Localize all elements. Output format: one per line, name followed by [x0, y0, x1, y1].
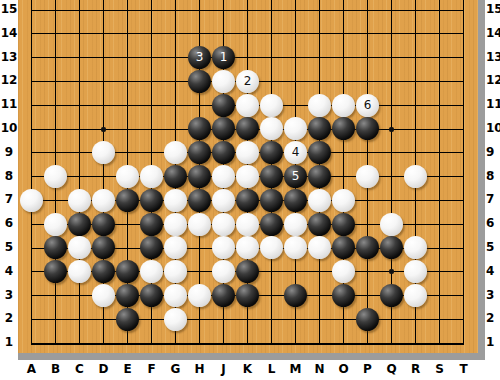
- white-stone-M9[interactable]: 4: [284, 141, 307, 164]
- intersection-J12[interactable]: [212, 70, 236, 94]
- intersection-Q6[interactable]: [380, 212, 404, 236]
- intersection-P7[interactable]: [356, 188, 380, 212]
- intersection-C14[interactable]: [68, 22, 92, 46]
- intersection-E14[interactable]: [116, 22, 140, 46]
- intersection-E7[interactable]: [116, 188, 140, 212]
- intersection-M12[interactable]: [284, 70, 308, 94]
- black-stone-F3[interactable]: [140, 284, 163, 307]
- black-stone-P10[interactable]: [356, 117, 379, 140]
- white-stone-J7[interactable]: [212, 189, 235, 212]
- white-stone-R4[interactable]: [404, 260, 427, 283]
- white-stone-G3[interactable]: [164, 284, 187, 307]
- intersection-C10[interactable]: [68, 117, 92, 141]
- intersection-C4[interactable]: [68, 260, 92, 284]
- intersection-D8[interactable]: [92, 165, 116, 189]
- black-stone-M8[interactable]: 5: [284, 165, 307, 188]
- intersection-T11[interactable]: [452, 93, 476, 117]
- white-stone-J6[interactable]: [212, 213, 235, 236]
- intersection-P3[interactable]: [356, 284, 380, 308]
- intersection-O9[interactable]: [332, 141, 356, 165]
- intersection-M7[interactable]: [284, 188, 308, 212]
- intersection-S3[interactable]: [428, 284, 452, 308]
- intersection-R12[interactable]: [404, 70, 428, 94]
- intersection-J14[interactable]: [212, 22, 236, 46]
- intersection-E8[interactable]: [116, 165, 140, 189]
- intersection-E4[interactable]: [116, 260, 140, 284]
- white-stone-G5[interactable]: [164, 236, 187, 259]
- intersection-P6[interactable]: [356, 212, 380, 236]
- intersection-M11[interactable]: [284, 93, 308, 117]
- intersection-C11[interactable]: [68, 93, 92, 117]
- intersection-R13[interactable]: [404, 46, 428, 70]
- white-stone-E8[interactable]: [116, 165, 139, 188]
- intersection-L6[interactable]: [260, 212, 284, 236]
- intersection-S1[interactable]: [428, 331, 452, 355]
- intersection-G1[interactable]: [164, 331, 188, 355]
- intersection-G6[interactable]: [164, 212, 188, 236]
- intersection-B1[interactable]: [44, 331, 68, 355]
- intersection-R8[interactable]: [404, 165, 428, 189]
- intersection-G4[interactable]: [164, 260, 188, 284]
- intersection-A9[interactable]: [20, 141, 44, 165]
- black-stone-G8[interactable]: [164, 165, 187, 188]
- intersection-D3[interactable]: [92, 284, 116, 308]
- intersection-A12[interactable]: [20, 70, 44, 94]
- intersection-A2[interactable]: [20, 307, 44, 331]
- white-stone-K12[interactable]: 2: [236, 70, 259, 93]
- white-stone-K9[interactable]: [236, 141, 259, 164]
- intersection-B6[interactable]: [44, 212, 68, 236]
- intersection-F12[interactable]: [140, 70, 164, 94]
- intersection-A8[interactable]: [20, 165, 44, 189]
- black-stone-K7[interactable]: [236, 189, 259, 212]
- black-stone-H10[interactable]: [188, 117, 211, 140]
- intersection-T5[interactable]: [452, 236, 476, 260]
- intersection-B7[interactable]: [44, 188, 68, 212]
- intersection-S6[interactable]: [428, 212, 452, 236]
- intersection-M15[interactable]: [284, 0, 308, 22]
- white-stone-R5[interactable]: [404, 236, 427, 259]
- intersection-N12[interactable]: [308, 70, 332, 94]
- white-stone-J8[interactable]: [212, 165, 235, 188]
- intersection-K5[interactable]: [236, 236, 260, 260]
- black-stone-N6[interactable]: [308, 213, 331, 236]
- intersection-Q10[interactable]: [380, 117, 404, 141]
- white-stone-K6[interactable]: [236, 213, 259, 236]
- intersection-K12[interactable]: 2: [236, 70, 260, 94]
- white-stone-M5[interactable]: [284, 236, 307, 259]
- intersection-F11[interactable]: [140, 93, 164, 117]
- intersection-O10[interactable]: [332, 117, 356, 141]
- intersection-F10[interactable]: [140, 117, 164, 141]
- intersection-H2[interactable]: [188, 307, 212, 331]
- intersection-O1[interactable]: [332, 331, 356, 355]
- white-stone-C4[interactable]: [68, 260, 91, 283]
- intersection-A3[interactable]: [20, 284, 44, 308]
- intersection-R3[interactable]: [404, 284, 428, 308]
- intersection-S13[interactable]: [428, 46, 452, 70]
- intersection-D4[interactable]: [92, 260, 116, 284]
- intersection-T4[interactable]: [452, 260, 476, 284]
- black-stone-O6[interactable]: [332, 213, 355, 236]
- intersection-L8[interactable]: [260, 165, 284, 189]
- intersection-F3[interactable]: [140, 284, 164, 308]
- intersection-T1[interactable]: [452, 331, 476, 355]
- white-stone-D7[interactable]: [92, 189, 115, 212]
- white-stone-C5[interactable]: [68, 236, 91, 259]
- white-stone-G7[interactable]: [164, 189, 187, 212]
- intersection-M8[interactable]: 5: [284, 165, 308, 189]
- intersection-N15[interactable]: [308, 0, 332, 22]
- intersection-G9[interactable]: [164, 141, 188, 165]
- intersection-P5[interactable]: [356, 236, 380, 260]
- intersection-N13[interactable]: [308, 46, 332, 70]
- intersection-O13[interactable]: [332, 46, 356, 70]
- intersection-B11[interactable]: [44, 93, 68, 117]
- intersection-B12[interactable]: [44, 70, 68, 94]
- intersection-P9[interactable]: [356, 141, 380, 165]
- intersection-Q7[interactable]: [380, 188, 404, 212]
- intersection-A10[interactable]: [20, 117, 44, 141]
- white-stone-C7[interactable]: [68, 189, 91, 212]
- intersection-D15[interactable]: [92, 0, 116, 22]
- intersection-J6[interactable]: [212, 212, 236, 236]
- intersection-Q14[interactable]: [380, 22, 404, 46]
- intersection-D12[interactable]: [92, 70, 116, 94]
- intersection-T8[interactable]: [452, 165, 476, 189]
- intersection-F4[interactable]: [140, 260, 164, 284]
- intersection-K2[interactable]: [236, 307, 260, 331]
- black-stone-Q5[interactable]: [380, 236, 403, 259]
- intersection-H3[interactable]: [188, 284, 212, 308]
- intersection-D5[interactable]: [92, 236, 116, 260]
- intersection-L5[interactable]: [260, 236, 284, 260]
- white-stone-N5[interactable]: [308, 236, 331, 259]
- white-stone-K8[interactable]: [236, 165, 259, 188]
- intersection-O6[interactable]: [332, 212, 356, 236]
- intersection-P10[interactable]: [356, 117, 380, 141]
- black-stone-N8[interactable]: [308, 165, 331, 188]
- white-stone-O7[interactable]: [332, 189, 355, 212]
- white-stone-D9[interactable]: [92, 141, 115, 164]
- intersection-T13[interactable]: [452, 46, 476, 70]
- intersection-Q2[interactable]: [380, 307, 404, 331]
- intersection-N9[interactable]: [308, 141, 332, 165]
- intersection-R5[interactable]: [404, 236, 428, 260]
- intersection-T14[interactable]: [452, 22, 476, 46]
- intersection-S7[interactable]: [428, 188, 452, 212]
- intersection-R14[interactable]: [404, 22, 428, 46]
- intersection-R4[interactable]: [404, 260, 428, 284]
- white-stone-H6[interactable]: [188, 213, 211, 236]
- intersection-D11[interactable]: [92, 93, 116, 117]
- intersection-A7[interactable]: [20, 188, 44, 212]
- intersection-H12[interactable]: [188, 70, 212, 94]
- intersection-S11[interactable]: [428, 93, 452, 117]
- intersection-O3[interactable]: [332, 284, 356, 308]
- intersection-L3[interactable]: [260, 284, 284, 308]
- intersection-K14[interactable]: [236, 22, 260, 46]
- intersection-F2[interactable]: [140, 307, 164, 331]
- intersection-R10[interactable]: [404, 117, 428, 141]
- white-stone-R8[interactable]: [404, 165, 427, 188]
- intersection-B14[interactable]: [44, 22, 68, 46]
- intersection-E2[interactable]: [116, 307, 140, 331]
- intersection-S8[interactable]: [428, 165, 452, 189]
- intersection-E9[interactable]: [116, 141, 140, 165]
- black-stone-B4[interactable]: [44, 260, 67, 283]
- black-stone-N9[interactable]: [308, 141, 331, 164]
- intersection-E15[interactable]: [116, 0, 140, 22]
- intersection-F14[interactable]: [140, 22, 164, 46]
- intersection-H5[interactable]: [188, 236, 212, 260]
- intersection-N14[interactable]: [308, 22, 332, 46]
- intersection-P11[interactable]: 6: [356, 93, 380, 117]
- intersection-H10[interactable]: [188, 117, 212, 141]
- white-stone-B6[interactable]: [44, 213, 67, 236]
- intersection-R1[interactable]: [404, 331, 428, 355]
- intersection-J11[interactable]: [212, 93, 236, 117]
- black-stone-J9[interactable]: [212, 141, 235, 164]
- black-stone-D4[interactable]: [92, 260, 115, 283]
- intersection-L9[interactable]: [260, 141, 284, 165]
- black-stone-K10[interactable]: [236, 117, 259, 140]
- black-stone-O10[interactable]: [332, 117, 355, 140]
- intersection-Q5[interactable]: [380, 236, 404, 260]
- intersection-S15[interactable]: [428, 0, 452, 22]
- black-stone-L7[interactable]: [260, 189, 283, 212]
- intersection-R15[interactable]: [404, 0, 428, 22]
- black-stone-O5[interactable]: [332, 236, 355, 259]
- intersection-N7[interactable]: [308, 188, 332, 212]
- white-stone-M10[interactable]: [284, 117, 307, 140]
- intersection-G15[interactable]: [164, 0, 188, 22]
- intersection-N5[interactable]: [308, 236, 332, 260]
- intersection-J13[interactable]: 1: [212, 46, 236, 70]
- intersection-G10[interactable]: [164, 117, 188, 141]
- black-stone-E2[interactable]: [116, 308, 139, 331]
- intersection-D2[interactable]: [92, 307, 116, 331]
- intersection-B15[interactable]: [44, 0, 68, 22]
- intersection-C1[interactable]: [68, 331, 92, 355]
- intersection-P8[interactable]: [356, 165, 380, 189]
- intersection-L15[interactable]: [260, 0, 284, 22]
- intersection-P14[interactable]: [356, 22, 380, 46]
- intersection-F1[interactable]: [140, 331, 164, 355]
- intersection-T15[interactable]: [452, 0, 476, 22]
- black-stone-E4[interactable]: [116, 260, 139, 283]
- intersection-E11[interactable]: [116, 93, 140, 117]
- intersection-L2[interactable]: [260, 307, 284, 331]
- intersection-G8[interactable]: [164, 165, 188, 189]
- intersection-Q15[interactable]: [380, 0, 404, 22]
- white-stone-M6[interactable]: [284, 213, 307, 236]
- intersection-E3[interactable]: [116, 284, 140, 308]
- intersection-H15[interactable]: [188, 0, 212, 22]
- intersection-A15[interactable]: [20, 0, 44, 22]
- intersection-A6[interactable]: [20, 212, 44, 236]
- black-stone-L6[interactable]: [260, 213, 283, 236]
- intersection-G13[interactable]: [164, 46, 188, 70]
- black-stone-J13[interactable]: 1: [212, 46, 235, 69]
- intersection-D1[interactable]: [92, 331, 116, 355]
- intersection-O5[interactable]: [332, 236, 356, 260]
- intersection-T7[interactable]: [452, 188, 476, 212]
- intersection-H8[interactable]: [188, 165, 212, 189]
- intersection-C15[interactable]: [68, 0, 92, 22]
- black-stone-M7[interactable]: [284, 189, 307, 212]
- black-stone-M3[interactable]: [284, 284, 307, 307]
- intersection-H13[interactable]: 3: [188, 46, 212, 70]
- intersection-H9[interactable]: [188, 141, 212, 165]
- white-stone-G4[interactable]: [164, 260, 187, 283]
- intersection-D14[interactable]: [92, 22, 116, 46]
- intersection-M13[interactable]: [284, 46, 308, 70]
- intersection-G7[interactable]: [164, 188, 188, 212]
- intersection-S14[interactable]: [428, 22, 452, 46]
- intersection-R11[interactable]: [404, 93, 428, 117]
- black-stone-N10[interactable]: [308, 117, 331, 140]
- black-stone-E7[interactable]: [116, 189, 139, 212]
- intersection-N11[interactable]: [308, 93, 332, 117]
- intersection-K13[interactable]: [236, 46, 260, 70]
- intersection-T3[interactable]: [452, 284, 476, 308]
- intersection-O8[interactable]: [332, 165, 356, 189]
- white-stone-G2[interactable]: [164, 308, 187, 331]
- intersection-Q3[interactable]: [380, 284, 404, 308]
- white-stone-F8[interactable]: [140, 165, 163, 188]
- intersection-H7[interactable]: [188, 188, 212, 212]
- intersection-M5[interactable]: [284, 236, 308, 260]
- intersection-H14[interactable]: [188, 22, 212, 46]
- intersection-J5[interactable]: [212, 236, 236, 260]
- black-stone-O3[interactable]: [332, 284, 355, 307]
- intersection-T12[interactable]: [452, 70, 476, 94]
- intersection-N3[interactable]: [308, 284, 332, 308]
- intersection-S2[interactable]: [428, 307, 452, 331]
- intersection-C12[interactable]: [68, 70, 92, 94]
- intersection-E13[interactable]: [116, 46, 140, 70]
- intersection-K7[interactable]: [236, 188, 260, 212]
- intersection-B10[interactable]: [44, 117, 68, 141]
- intersection-H4[interactable]: [188, 260, 212, 284]
- intersection-M10[interactable]: [284, 117, 308, 141]
- white-stone-J5[interactable]: [212, 236, 235, 259]
- white-stone-N7[interactable]: [308, 189, 331, 212]
- white-stone-R3[interactable]: [404, 284, 427, 307]
- black-stone-J3[interactable]: [212, 284, 235, 307]
- intersection-K9[interactable]: [236, 141, 260, 165]
- intersection-E1[interactable]: [116, 331, 140, 355]
- intersection-M4[interactable]: [284, 260, 308, 284]
- black-stone-H9[interactable]: [188, 141, 211, 164]
- intersection-M9[interactable]: 4: [284, 141, 308, 165]
- intersection-F5[interactable]: [140, 236, 164, 260]
- black-stone-B5[interactable]: [44, 236, 67, 259]
- intersection-S5[interactable]: [428, 236, 452, 260]
- intersection-C13[interactable]: [68, 46, 92, 70]
- white-stone-P11[interactable]: 6: [356, 94, 379, 117]
- intersection-R7[interactable]: [404, 188, 428, 212]
- intersection-L11[interactable]: [260, 93, 284, 117]
- intersection-D7[interactable]: [92, 188, 116, 212]
- black-stone-H7[interactable]: [188, 189, 211, 212]
- white-stone-N11[interactable]: [308, 94, 331, 117]
- intersection-B4[interactable]: [44, 260, 68, 284]
- white-stone-F4[interactable]: [140, 260, 163, 283]
- intersection-K10[interactable]: [236, 117, 260, 141]
- intersection-N1[interactable]: [308, 331, 332, 355]
- intersection-D13[interactable]: [92, 46, 116, 70]
- white-stone-K11[interactable]: [236, 94, 259, 117]
- intersection-O4[interactable]: [332, 260, 356, 284]
- intersection-J15[interactable]: [212, 0, 236, 22]
- intersection-S9[interactable]: [428, 141, 452, 165]
- intersection-O15[interactable]: [332, 0, 356, 22]
- black-stone-E3[interactable]: [116, 284, 139, 307]
- intersection-D9[interactable]: [92, 141, 116, 165]
- intersection-M6[interactable]: [284, 212, 308, 236]
- intersection-Q11[interactable]: [380, 93, 404, 117]
- intersection-C6[interactable]: [68, 212, 92, 236]
- intersection-A5[interactable]: [20, 236, 44, 260]
- intersection-L10[interactable]: [260, 117, 284, 141]
- black-stone-C6[interactable]: [68, 213, 91, 236]
- intersection-K1[interactable]: [236, 331, 260, 355]
- intersection-C9[interactable]: [68, 141, 92, 165]
- intersection-A13[interactable]: [20, 46, 44, 70]
- intersection-M1[interactable]: [284, 331, 308, 355]
- intersection-G14[interactable]: [164, 22, 188, 46]
- intersection-Q9[interactable]: [380, 141, 404, 165]
- intersection-O11[interactable]: [332, 93, 356, 117]
- white-stone-P8[interactable]: [356, 165, 379, 188]
- intersection-E5[interactable]: [116, 236, 140, 260]
- intersection-T9[interactable]: [452, 141, 476, 165]
- intersection-J7[interactable]: [212, 188, 236, 212]
- intersection-S4[interactable]: [428, 260, 452, 284]
- black-stone-J11[interactable]: [212, 94, 235, 117]
- black-stone-P5[interactable]: [356, 236, 379, 259]
- intersection-S10[interactable]: [428, 117, 452, 141]
- intersection-J10[interactable]: [212, 117, 236, 141]
- white-stone-L11[interactable]: [260, 94, 283, 117]
- intersection-P15[interactable]: [356, 0, 380, 22]
- intersection-M14[interactable]: [284, 22, 308, 46]
- intersection-B5[interactable]: [44, 236, 68, 260]
- intersection-G3[interactable]: [164, 284, 188, 308]
- black-stone-D5[interactable]: [92, 236, 115, 259]
- intersection-F8[interactable]: [140, 165, 164, 189]
- intersection-O7[interactable]: [332, 188, 356, 212]
- intersection-J9[interactable]: [212, 141, 236, 165]
- intersection-M3[interactable]: [284, 284, 308, 308]
- white-stone-G6[interactable]: [164, 213, 187, 236]
- intersection-F13[interactable]: [140, 46, 164, 70]
- intersection-D10[interactable]: [92, 117, 116, 141]
- intersection-K4[interactable]: [236, 260, 260, 284]
- intersection-Q12[interactable]: [380, 70, 404, 94]
- intersection-O12[interactable]: [332, 70, 356, 94]
- intersection-J1[interactable]: [212, 331, 236, 355]
- black-stone-P2[interactable]: [356, 308, 379, 331]
- white-stone-B8[interactable]: [44, 165, 67, 188]
- intersection-E12[interactable]: [116, 70, 140, 94]
- intersection-S12[interactable]: [428, 70, 452, 94]
- intersection-T2[interactable]: [452, 307, 476, 331]
- intersection-J2[interactable]: [212, 307, 236, 331]
- black-stone-H12[interactable]: [188, 70, 211, 93]
